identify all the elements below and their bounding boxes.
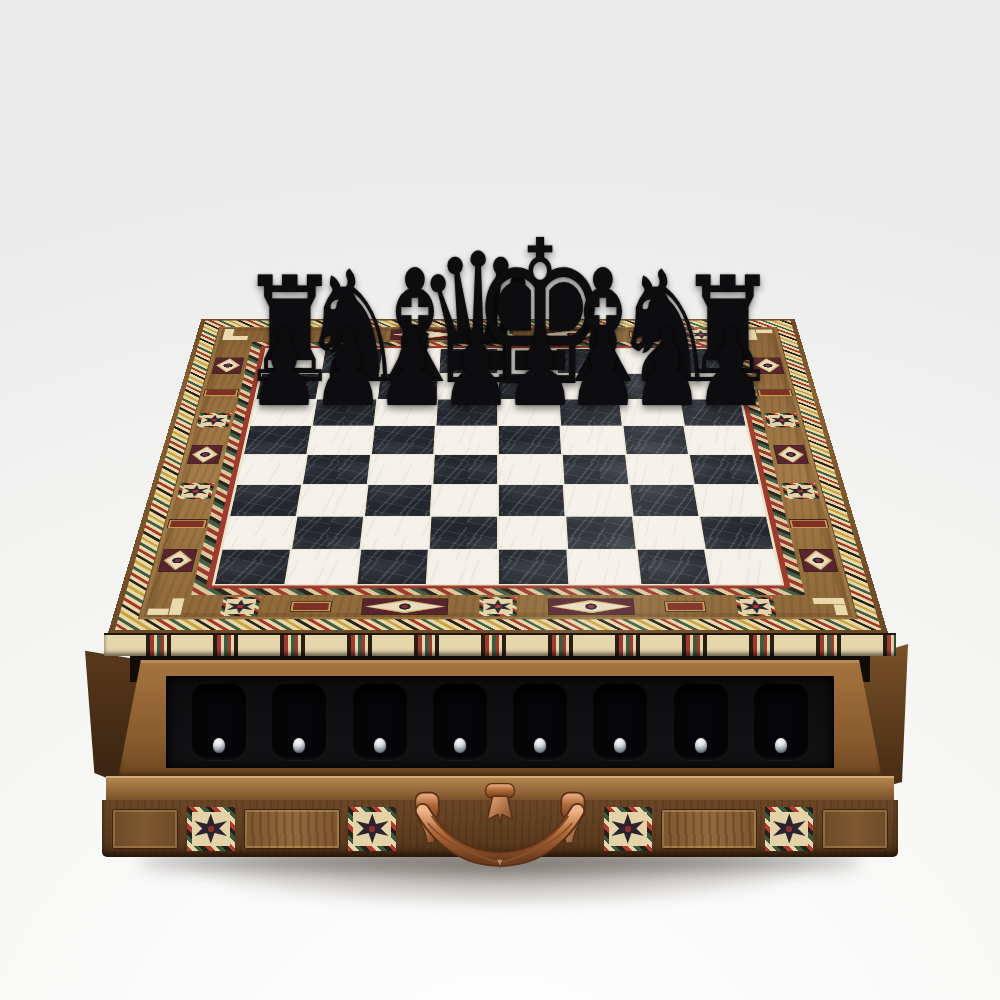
square-b5[interactable] xyxy=(308,426,373,454)
corner-key-motif xyxy=(216,327,255,342)
square-h3[interactable] xyxy=(695,485,766,516)
mosaic-diamond-motif xyxy=(774,445,808,463)
mosaic-star-motif xyxy=(483,329,513,341)
mosaic-eye-motif xyxy=(391,330,458,339)
mosaic-diamond-motif xyxy=(159,549,197,571)
mosaic-diamond-motif xyxy=(752,358,783,373)
square-f5[interactable] xyxy=(561,426,625,454)
square-h2[interactable] xyxy=(701,516,774,548)
square-b1[interactable] xyxy=(286,550,359,584)
square-c3[interactable] xyxy=(365,485,432,516)
mosaic-star-medallion xyxy=(765,807,813,851)
mosaic-star-motif xyxy=(764,413,799,427)
square-g7[interactable] xyxy=(617,374,679,399)
mosaic-bar-motif xyxy=(168,520,207,528)
square-d4[interactable] xyxy=(434,455,498,484)
mosaic-eye-motif xyxy=(549,599,634,614)
drawer-slot xyxy=(754,684,808,760)
square-b7[interactable] xyxy=(317,374,379,399)
mosaic-star-motif xyxy=(479,597,517,616)
square-f4[interactable] xyxy=(563,455,628,484)
square-e1[interactable] xyxy=(499,550,568,584)
square-e6[interactable] xyxy=(499,399,559,425)
square-c6[interactable] xyxy=(375,399,437,425)
square-a7[interactable] xyxy=(257,374,320,399)
inlay-panel xyxy=(112,809,178,849)
square-f6[interactable] xyxy=(559,399,621,425)
square-d3[interactable] xyxy=(432,485,497,516)
square-g6[interactable] xyxy=(620,399,683,425)
square-g4[interactable] xyxy=(626,455,693,484)
square-h6[interactable] xyxy=(681,399,746,425)
square-e2[interactable] xyxy=(499,516,566,548)
square-g3[interactable] xyxy=(630,485,699,516)
square-a5[interactable] xyxy=(244,426,311,454)
mosaic-bar-motif xyxy=(789,520,828,528)
mosaic-bar-motif xyxy=(758,390,792,396)
drawer-slot xyxy=(513,684,567,760)
mosaic-star-medallion xyxy=(604,807,652,851)
square-b3[interactable] xyxy=(297,485,366,516)
mosaic-eye-motif xyxy=(362,599,447,614)
drawer-handle[interactable] xyxy=(390,780,610,870)
square-a4[interactable] xyxy=(237,455,306,484)
square-c1[interactable] xyxy=(357,550,428,584)
square-b2[interactable] xyxy=(292,516,363,548)
square-b8[interactable] xyxy=(321,349,381,373)
drawer-slot xyxy=(353,684,407,760)
square-a8[interactable] xyxy=(262,349,324,373)
square-b4[interactable] xyxy=(303,455,370,484)
square-e3[interactable] xyxy=(499,485,564,516)
mosaic-eye-motif xyxy=(538,330,605,339)
square-h4[interactable] xyxy=(690,455,759,484)
square-a1[interactable] xyxy=(215,550,290,584)
square-h7[interactable] xyxy=(676,374,739,399)
drawer-felt-tray xyxy=(166,676,834,768)
square-c5[interactable] xyxy=(371,426,435,454)
square-d1[interactable] xyxy=(428,550,497,584)
square-d6[interactable] xyxy=(437,399,497,425)
square-e5[interactable] xyxy=(499,426,561,454)
mosaic-bar-motif xyxy=(630,332,662,338)
square-a3[interactable] xyxy=(230,485,301,516)
square-c2[interactable] xyxy=(361,516,430,548)
square-g8[interactable] xyxy=(614,349,674,373)
mosaic-star-motif xyxy=(781,483,819,499)
product-photo-chess-box: ♜♞♝♛♚♝♞♜♟♟♟♟♟♟♟♟ xyxy=(0,0,1000,1000)
square-d8[interactable] xyxy=(440,349,498,373)
mosaic-diamond-motif xyxy=(213,358,244,373)
square-d7[interactable] xyxy=(438,374,497,399)
mosaic-bar-motif xyxy=(204,390,238,396)
square-d2[interactable] xyxy=(430,516,497,548)
mosaic-bar-motif xyxy=(665,602,706,611)
square-f8[interactable] xyxy=(557,349,616,373)
square-g2[interactable] xyxy=(633,516,704,548)
border-motifs-front xyxy=(186,594,809,618)
drawer-slot xyxy=(674,684,728,760)
square-f3[interactable] xyxy=(564,485,631,516)
mosaic-diamond-motif xyxy=(799,549,837,571)
mosaic-star-motif xyxy=(735,597,776,616)
square-h5[interactable] xyxy=(685,426,752,454)
drawer-slot xyxy=(272,684,326,760)
mosaic-star-motif xyxy=(279,329,311,341)
drawer-slot xyxy=(593,684,647,760)
square-f7[interactable] xyxy=(558,374,618,399)
square-e4[interactable] xyxy=(499,455,563,484)
square-f1[interactable] xyxy=(568,550,639,584)
square-h1[interactable] xyxy=(706,550,781,584)
mosaic-bar-motif xyxy=(291,602,332,611)
mosaic-star-medallion xyxy=(187,807,235,851)
mosaic-star-motif xyxy=(177,483,215,499)
square-c8[interactable] xyxy=(381,349,440,373)
mosaic-star-motif xyxy=(220,597,261,616)
square-a2[interactable] xyxy=(223,516,296,548)
square-d5[interactable] xyxy=(435,426,497,454)
inlay-panel xyxy=(822,809,888,849)
drawer-slot xyxy=(433,684,487,760)
handle-crest xyxy=(486,784,515,824)
mosaic-bar-motif xyxy=(335,332,367,338)
square-f2[interactable] xyxy=(566,516,635,548)
mosaic-diamond-motif xyxy=(188,445,222,463)
square-e7[interactable] xyxy=(499,374,558,399)
square-b6[interactable] xyxy=(313,399,376,425)
board-top-surface xyxy=(108,319,888,633)
mosaic-star-motif xyxy=(685,329,717,341)
inlay-panel xyxy=(661,809,757,849)
drawer-slot xyxy=(192,684,246,760)
board-squares xyxy=(215,349,781,584)
square-h8[interactable] xyxy=(672,349,734,373)
square-g5[interactable] xyxy=(623,426,688,454)
square-e8[interactable] xyxy=(499,349,557,373)
mosaic-star-motif xyxy=(196,413,231,427)
corner-key-motif xyxy=(140,595,191,618)
square-g1[interactable] xyxy=(637,550,710,584)
square-c7[interactable] xyxy=(378,374,438,399)
border-motifs-back xyxy=(253,327,743,342)
square-a6[interactable] xyxy=(250,399,315,425)
inlay-panel xyxy=(244,809,340,849)
square-c4[interactable] xyxy=(368,455,433,484)
corner-key-motif xyxy=(805,595,856,618)
corner-key-motif xyxy=(740,327,779,342)
box-front-edge-inlay xyxy=(104,633,896,656)
